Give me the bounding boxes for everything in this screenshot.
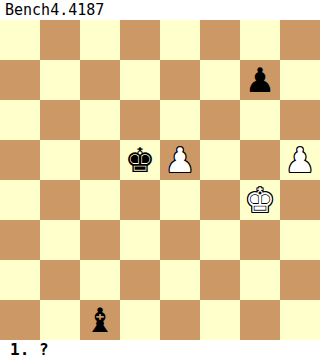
square-b1[interactable] xyxy=(40,300,80,340)
square-g2[interactable] xyxy=(240,260,280,300)
square-g8[interactable] xyxy=(240,20,280,60)
square-c6[interactable] xyxy=(80,100,120,140)
square-g7[interactable]: ♟ xyxy=(240,60,280,100)
black-pawn[interactable]: ♟ xyxy=(245,60,275,100)
square-h4[interactable] xyxy=(280,180,320,220)
square-h8[interactable] xyxy=(280,20,320,60)
square-d5[interactable]: ♚ xyxy=(120,140,160,180)
black-bishop[interactable]: ♝ xyxy=(85,300,115,340)
square-h1[interactable] xyxy=(280,300,320,340)
square-d8[interactable] xyxy=(120,20,160,60)
square-d2[interactable] xyxy=(120,260,160,300)
square-e5[interactable]: ♟ xyxy=(160,140,200,180)
square-e8[interactable] xyxy=(160,20,200,60)
white-pawn[interactable]: ♟ xyxy=(285,140,315,180)
square-b3[interactable] xyxy=(40,220,80,260)
square-e6[interactable] xyxy=(160,100,200,140)
square-d1[interactable] xyxy=(120,300,160,340)
window-title: Bench4.4187 xyxy=(0,0,320,20)
white-pawn[interactable]: ♟ xyxy=(165,140,195,180)
square-e2[interactable] xyxy=(160,260,200,300)
chess-board: ♟♚♟♟♚♝ xyxy=(0,20,320,340)
square-a3[interactable] xyxy=(0,220,40,260)
square-e4[interactable] xyxy=(160,180,200,220)
square-b6[interactable] xyxy=(40,100,80,140)
move-prompt: 1. ? xyxy=(0,340,320,360)
square-h3[interactable] xyxy=(280,220,320,260)
square-a6[interactable] xyxy=(0,100,40,140)
white-king[interactable]: ♚ xyxy=(245,180,275,220)
square-a2[interactable] xyxy=(0,260,40,300)
square-g6[interactable] xyxy=(240,100,280,140)
square-f6[interactable] xyxy=(200,100,240,140)
square-a5[interactable] xyxy=(0,140,40,180)
square-c5[interactable] xyxy=(80,140,120,180)
square-a8[interactable] xyxy=(0,20,40,60)
square-d7[interactable] xyxy=(120,60,160,100)
square-a4[interactable] xyxy=(0,180,40,220)
square-f8[interactable] xyxy=(200,20,240,60)
square-c8[interactable] xyxy=(80,20,120,60)
square-e7[interactable] xyxy=(160,60,200,100)
square-g5[interactable] xyxy=(240,140,280,180)
square-h6[interactable] xyxy=(280,100,320,140)
square-c4[interactable] xyxy=(80,180,120,220)
square-g3[interactable] xyxy=(240,220,280,260)
square-d3[interactable] xyxy=(120,220,160,260)
square-g1[interactable] xyxy=(240,300,280,340)
square-b4[interactable] xyxy=(40,180,80,220)
square-c1[interactable]: ♝ xyxy=(80,300,120,340)
square-f1[interactable] xyxy=(200,300,240,340)
square-e3[interactable] xyxy=(160,220,200,260)
square-b8[interactable] xyxy=(40,20,80,60)
square-h2[interactable] xyxy=(280,260,320,300)
square-c7[interactable] xyxy=(80,60,120,100)
square-h5[interactable]: ♟ xyxy=(280,140,320,180)
square-f4[interactable] xyxy=(200,180,240,220)
square-c2[interactable] xyxy=(80,260,120,300)
square-f7[interactable] xyxy=(200,60,240,100)
square-e1[interactable] xyxy=(160,300,200,340)
square-f2[interactable] xyxy=(200,260,240,300)
square-b2[interactable] xyxy=(40,260,80,300)
square-f3[interactable] xyxy=(200,220,240,260)
black-king[interactable]: ♚ xyxy=(125,140,155,180)
square-c3[interactable] xyxy=(80,220,120,260)
square-a1[interactable] xyxy=(0,300,40,340)
square-d6[interactable] xyxy=(120,100,160,140)
square-d4[interactable] xyxy=(120,180,160,220)
square-g4[interactable]: ♚ xyxy=(240,180,280,220)
square-f5[interactable] xyxy=(200,140,240,180)
square-b7[interactable] xyxy=(40,60,80,100)
square-b5[interactable] xyxy=(40,140,80,180)
square-a7[interactable] xyxy=(0,60,40,100)
square-h7[interactable] xyxy=(280,60,320,100)
